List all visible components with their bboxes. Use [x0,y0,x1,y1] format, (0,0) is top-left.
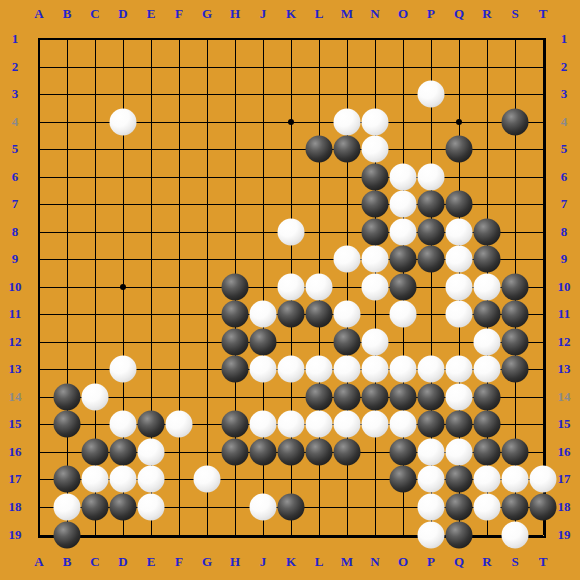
white-stone[interactable] [306,411,333,438]
coordinate-label: T [539,554,548,570]
black-stone[interactable] [54,383,81,410]
coordinate-label: L [315,6,324,22]
white-stone[interactable] [306,273,333,300]
coordinate-label: N [370,554,379,570]
white-stone[interactable] [278,218,305,245]
black-stone[interactable] [446,521,473,548]
white-stone[interactable] [82,383,109,410]
coordinate-label: B [63,6,72,22]
coordinate-label: P [427,554,435,570]
black-stone[interactable] [446,494,473,521]
white-stone[interactable] [250,356,277,383]
go-board-app: ABCDEFGHJKLMNOPQRST ABCDEFGHJKLMNOPQRST … [0,0,580,580]
white-stone[interactable] [390,411,417,438]
coordinate-label: 16 [558,444,571,460]
white-stone[interactable] [446,438,473,465]
coordinate-label: J [260,554,267,570]
black-stone[interactable] [54,466,81,493]
coordinate-label: 17 [558,471,571,487]
coordinate-label: J [260,6,267,22]
black-stone[interactable] [390,246,417,273]
coordinate-label: 14 [9,389,22,405]
coordinate-label: S [511,6,518,22]
white-stone[interactable] [54,494,81,521]
coordinate-label: 12 [9,334,22,350]
coordinate-label: C [90,6,99,22]
coordinate-label: O [398,6,408,22]
black-stone[interactable] [418,218,445,245]
coordinate-label: C [90,554,99,570]
white-stone[interactable] [474,328,501,355]
black-stone[interactable] [446,466,473,493]
coordinate-label: 9 [561,251,568,267]
black-stone[interactable] [54,411,81,438]
coordinate-label: 7 [561,196,568,212]
coordinate-label: B [63,554,72,570]
coordinate-label: D [118,554,127,570]
black-stone[interactable] [334,383,361,410]
coordinate-label: 6 [12,169,19,185]
white-stone[interactable] [362,328,389,355]
coordinate-label: 11 [9,306,21,322]
black-stone[interactable] [82,438,109,465]
coordinate-label: 19 [9,527,22,543]
white-stone[interactable] [418,81,445,108]
coordinate-label: 7 [12,196,19,212]
coordinate-label: M [341,6,353,22]
coordinate-label: 11 [558,306,570,322]
white-stone[interactable] [362,411,389,438]
black-stone[interactable] [306,136,333,163]
star-point [120,284,126,290]
black-stone[interactable] [278,438,305,465]
coordinate-label: H [230,554,240,570]
white-stone[interactable] [166,411,193,438]
coordinate-label: 3 [561,86,568,102]
white-stone[interactable] [250,301,277,328]
star-point [456,119,462,125]
black-stone[interactable] [82,494,109,521]
coordinate-label: 15 [558,416,571,432]
black-stone[interactable] [306,301,333,328]
white-stone[interactable] [390,191,417,218]
white-stone[interactable] [474,356,501,383]
black-stone[interactable] [446,136,473,163]
white-stone[interactable] [390,301,417,328]
coordinate-label: 1 [12,31,19,47]
black-stone[interactable] [474,411,501,438]
coordinate-label: R [482,6,491,22]
coordinate-label: 8 [12,224,19,240]
coordinate-label: 2 [561,59,568,75]
white-stone[interactable] [418,438,445,465]
white-stone[interactable] [474,273,501,300]
coordinate-label: 4 [12,114,19,130]
black-stone[interactable] [390,273,417,300]
white-stone[interactable] [418,494,445,521]
black-stone[interactable] [474,246,501,273]
coordinate-label: G [202,554,212,570]
coordinate-label: M [341,554,353,570]
coordinate-label: 2 [12,59,19,75]
black-stone[interactable] [502,356,529,383]
white-stone[interactable] [278,356,305,383]
coordinate-label: 5 [561,141,568,157]
white-stone[interactable] [418,356,445,383]
black-stone[interactable] [362,163,389,190]
coordinate-label: K [286,6,296,22]
black-stone[interactable] [362,383,389,410]
white-stone[interactable] [502,466,529,493]
black-stone[interactable] [306,438,333,465]
coordinate-label: 12 [558,334,571,350]
coordinate-label: Q [454,554,464,570]
coordinate-label: 10 [9,279,22,295]
black-stone[interactable] [222,328,249,355]
coordinate-label: 5 [12,141,19,157]
coordinate-label: Q [454,6,464,22]
black-stone[interactable] [278,301,305,328]
black-stone[interactable] [222,411,249,438]
coordinate-label: E [147,6,156,22]
white-stone[interactable] [446,383,473,410]
coordinate-label: F [175,6,183,22]
black-stone[interactable] [390,383,417,410]
white-stone[interactable] [474,494,501,521]
coordinate-label: R [482,554,491,570]
coordinate-label: K [286,554,296,570]
black-stone[interactable] [446,411,473,438]
black-stone[interactable] [418,191,445,218]
black-stone[interactable] [474,301,501,328]
white-stone[interactable] [362,273,389,300]
black-stone[interactable] [502,108,529,135]
white-stone[interactable] [138,494,165,521]
coordinate-label: L [315,554,324,570]
coordinate-label: 19 [558,527,571,543]
white-stone[interactable] [82,466,109,493]
black-stone[interactable] [502,494,529,521]
white-stone[interactable] [110,356,137,383]
black-stone[interactable] [334,136,361,163]
coordinate-label: 14 [558,389,571,405]
coordinate-label: 18 [558,499,571,515]
white-stone[interactable] [446,246,473,273]
white-stone[interactable] [194,466,221,493]
white-stone[interactable] [334,301,361,328]
white-stone[interactable] [138,466,165,493]
white-stone[interactable] [418,521,445,548]
white-stone[interactable] [278,411,305,438]
coordinate-label: 9 [12,251,19,267]
coordinate-label: S [511,554,518,570]
black-stone[interactable] [250,328,277,355]
coordinate-label: 13 [558,361,571,377]
coordinate-label: A [34,554,43,570]
coordinate-label: 18 [9,499,22,515]
white-stone[interactable] [362,356,389,383]
coordinate-label: E [147,554,156,570]
white-stone[interactable] [418,163,445,190]
black-stone[interactable] [222,301,249,328]
white-stone[interactable] [390,356,417,383]
white-stone[interactable] [334,108,361,135]
coordinate-label: N [370,6,379,22]
white-stone[interactable] [362,136,389,163]
coordinate-label: 10 [558,279,571,295]
white-stone[interactable] [306,356,333,383]
white-stone[interactable] [334,246,361,273]
white-stone[interactable] [502,521,529,548]
white-stone[interactable] [446,301,473,328]
black-stone[interactable] [418,246,445,273]
black-stone[interactable] [110,438,137,465]
coordinate-label: O [398,554,408,570]
coordinate-label: 6 [561,169,568,185]
black-stone[interactable] [418,383,445,410]
black-stone[interactable] [362,191,389,218]
white-stone[interactable] [138,438,165,465]
white-stone[interactable] [250,411,277,438]
white-stone[interactable] [110,466,137,493]
black-stone[interactable] [502,301,529,328]
black-stone[interactable] [390,466,417,493]
white-stone[interactable] [110,411,137,438]
black-stone[interactable] [474,438,501,465]
black-stone[interactable] [474,383,501,410]
white-stone[interactable] [334,411,361,438]
black-stone[interactable] [334,328,361,355]
white-stone[interactable] [390,218,417,245]
black-stone[interactable] [138,411,165,438]
white-stone[interactable] [390,163,417,190]
coordinate-label: A [34,6,43,22]
black-stone[interactable] [502,438,529,465]
black-stone[interactable] [222,356,249,383]
black-stone[interactable] [418,411,445,438]
black-stone[interactable] [530,494,557,521]
white-stone[interactable] [334,356,361,383]
coordinate-label: F [175,554,183,570]
black-stone[interactable] [334,438,361,465]
white-stone[interactable] [474,466,501,493]
white-stone[interactable] [446,218,473,245]
coordinate-label: T [539,6,548,22]
coordinate-label: 17 [9,471,22,487]
coordinate-label: 4 [561,114,568,130]
coordinate-label: P [427,6,435,22]
white-stone[interactable] [110,108,137,135]
black-stone[interactable] [278,494,305,521]
black-stone[interactable] [54,521,81,548]
coordinate-label: D [118,6,127,22]
black-stone[interactable] [502,328,529,355]
black-stone[interactable] [250,438,277,465]
white-stone[interactable] [530,466,557,493]
star-point [288,119,294,125]
black-stone[interactable] [222,438,249,465]
black-stone[interactable] [446,191,473,218]
black-stone[interactable] [222,273,249,300]
black-stone[interactable] [306,383,333,410]
white-stone[interactable] [362,246,389,273]
coordinate-label: 16 [9,444,22,460]
white-stone[interactable] [446,356,473,383]
black-stone[interactable] [390,438,417,465]
white-stone[interactable] [418,466,445,493]
coordinate-label: 13 [9,361,22,377]
coordinate-label: 8 [561,224,568,240]
white-stone[interactable] [278,273,305,300]
coordinate-label: H [230,6,240,22]
coordinate-label: 3 [12,86,19,102]
white-stone[interactable] [250,494,277,521]
black-stone[interactable] [110,494,137,521]
black-stone[interactable] [362,218,389,245]
coordinate-label: G [202,6,212,22]
coordinate-label: 15 [9,416,22,432]
white-stone[interactable] [446,273,473,300]
coordinate-label: 1 [561,31,568,47]
black-stone[interactable] [502,273,529,300]
black-stone[interactable] [474,218,501,245]
white-stone[interactable] [362,108,389,135]
